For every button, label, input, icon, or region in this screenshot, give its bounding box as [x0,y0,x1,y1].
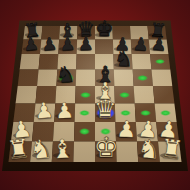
piece-bp-c7[interactable]: ♟ [59,36,75,54]
piece-wp-c3[interactable]: ♟ [54,100,74,122]
piece-bp-g7[interactable]: ♟ [132,36,149,55]
piece-bp-a7[interactable]: ♟ [22,36,39,55]
piece-bn-f6[interactable]: ♞ [113,48,133,70]
piece-bk-e8[interactable]: ♚ [94,19,113,40]
piece-bn-c5[interactable]: ♞ [56,64,77,87]
piece-wp-f2[interactable]: ♟ [116,118,137,141]
piece-wq-e3[interactable]: ♛ [94,96,117,122]
piece-bp-h7[interactable]: ♟ [151,36,168,55]
piece-bp-b7[interactable]: ♟ [41,36,58,55]
pieces-layer: ♜♝♛♚♜♟♟♟♟♟♟♟♞♞♝♝♟♟♛♟♟♟♟♜♞♝♚♞♜ [0,0,190,190]
piece-wr-h1[interactable]: ♜ [158,135,184,164]
piece-wk-e1[interactable]: ♚ [93,134,119,162]
piece-bp-d7[interactable]: ♟ [78,36,94,54]
piece-wp-b3[interactable]: ♟ [33,99,54,122]
chess-app-screen: ♜♝♛♚♜♟♟♟♟♟♟♟♞♞♝♝♟♟♛♟♟♟♟♜♞♝♚♞♜ [0,0,190,190]
piece-wb-c1[interactable]: ♝ [50,135,75,162]
